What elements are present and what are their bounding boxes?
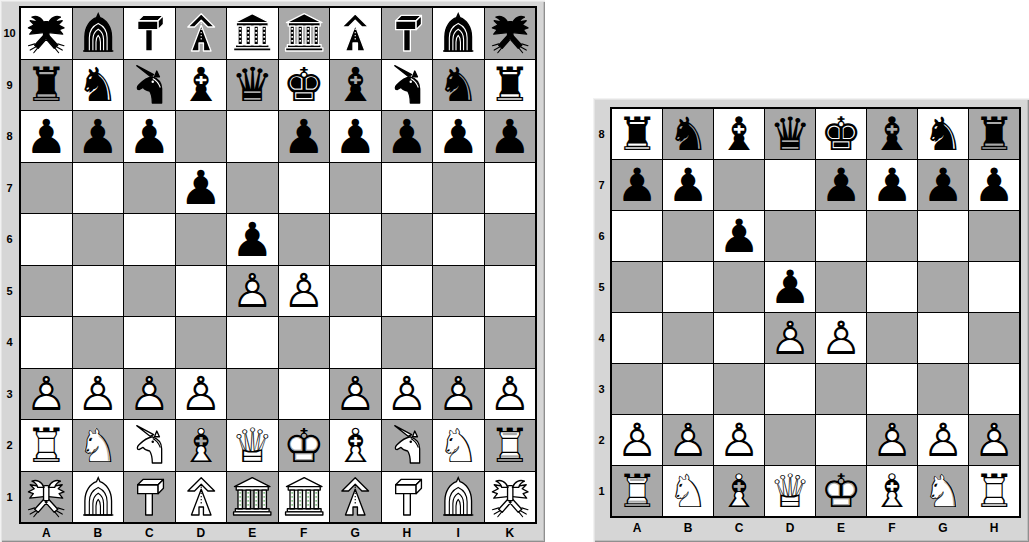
file-label-d: D bbox=[176, 526, 227, 540]
square-b4[interactable] bbox=[73, 317, 124, 368]
white-rook[interactable]: ♜♖ bbox=[969, 466, 1019, 516]
square-a4[interactable] bbox=[612, 313, 662, 363]
square-i7[interactable] bbox=[433, 163, 484, 214]
square-d4[interactable]: ♟♙ bbox=[765, 313, 815, 363]
file-label-b: B bbox=[73, 526, 124, 540]
white-knight[interactable]: ♞♘ bbox=[73, 420, 124, 471]
white-pawn[interactable]: ♟♙ bbox=[21, 369, 72, 420]
square-b2[interactable]: ♞♘ bbox=[73, 420, 124, 471]
variant-board-panel: 10987654321 ♜♞♝♛♚♝♞♜♟♟♟♟♟♟♟♟♟♟♟♙♟♙♟♙♟♙♟♙… bbox=[0, 0, 545, 542]
square-b1[interactable]: ♞♘ bbox=[663, 466, 713, 516]
square-e6[interactable]: ♟ bbox=[227, 214, 278, 265]
square-h10[interactable] bbox=[382, 8, 433, 59]
square-g1[interactable] bbox=[330, 472, 381, 523]
black-unicorn[interactable] bbox=[385, 63, 429, 107]
black-hammer[interactable] bbox=[385, 11, 429, 55]
square-h8[interactable]: ♜ bbox=[969, 109, 1019, 159]
square-a1[interactable]: ♜♖ bbox=[612, 466, 662, 516]
white-rook[interactable]: ♜♖ bbox=[485, 420, 536, 471]
white-pawn[interactable]: ♟♙ bbox=[382, 369, 433, 420]
square-k8[interactable]: ♟ bbox=[485, 111, 536, 162]
black-pawn[interactable]: ♟ bbox=[21, 111, 72, 162]
rank-label-10: 10 bbox=[0, 8, 19, 59]
white-pawn[interactable]: ♟♙ bbox=[765, 313, 815, 363]
black-rook[interactable]: ♜ bbox=[485, 60, 536, 111]
square-c7[interactable] bbox=[714, 160, 764, 210]
square-k7[interactable] bbox=[485, 163, 536, 214]
black-knight[interactable]: ♞ bbox=[433, 60, 484, 111]
file-label-d: D bbox=[765, 520, 815, 536]
black-hammer[interactable] bbox=[127, 11, 171, 55]
file-label-g: G bbox=[918, 520, 968, 536]
square-g5[interactable] bbox=[330, 266, 381, 317]
rank-label-5: 5 bbox=[0, 266, 19, 317]
rank-label-3: 3 bbox=[593, 364, 610, 414]
rank-label-1: 1 bbox=[593, 466, 610, 516]
square-c10[interactable] bbox=[124, 8, 175, 59]
square-c3[interactable] bbox=[714, 364, 764, 414]
black-bishop[interactable]: ♝ bbox=[176, 60, 227, 111]
square-c2[interactable] bbox=[124, 420, 175, 471]
rank-label-1: 1 bbox=[0, 472, 19, 523]
square-k9[interactable]: ♜ bbox=[485, 60, 536, 111]
white-unicorn[interactable] bbox=[385, 423, 429, 467]
black-pawn[interactable]: ♟ bbox=[663, 160, 713, 210]
square-g7[interactable]: ♟ bbox=[918, 160, 968, 210]
square-d5[interactable]: ♟ bbox=[765, 262, 815, 312]
square-c5[interactable] bbox=[124, 266, 175, 317]
black-rook[interactable]: ♜ bbox=[612, 109, 662, 159]
square-a7[interactable]: ♟ bbox=[612, 160, 662, 210]
square-c1[interactable]: ♝♗ bbox=[714, 466, 764, 516]
square-k1[interactable] bbox=[485, 472, 536, 523]
square-e5[interactable]: ♟♙ bbox=[227, 266, 278, 317]
rank-label-5: 5 bbox=[593, 262, 610, 312]
square-d7[interactable]: ♟ bbox=[176, 163, 227, 214]
square-a3[interactable]: ♟♙ bbox=[21, 369, 72, 420]
square-d4[interactable] bbox=[176, 317, 227, 368]
square-b5[interactable] bbox=[73, 266, 124, 317]
square-h2[interactable] bbox=[382, 420, 433, 471]
square-b2[interactable]: ♟♙ bbox=[663, 415, 713, 465]
square-f2[interactable]: ♚♔ bbox=[279, 420, 330, 471]
white-bishop[interactable]: ♝♗ bbox=[867, 466, 917, 516]
black-bishop[interactable]: ♝ bbox=[330, 60, 381, 111]
square-h7[interactable] bbox=[382, 163, 433, 214]
square-g6[interactable] bbox=[330, 214, 381, 265]
white-knight[interactable]: ♞♘ bbox=[433, 420, 484, 471]
square-a10[interactable] bbox=[21, 8, 72, 59]
square-b8[interactable]: ♟ bbox=[73, 111, 124, 162]
white-king[interactable]: ♚♔ bbox=[279, 420, 330, 471]
square-b8[interactable]: ♞ bbox=[663, 109, 713, 159]
square-h4[interactable] bbox=[382, 317, 433, 368]
white-bishop[interactable]: ♝♗ bbox=[330, 420, 381, 471]
white-pawn[interactable]: ♟♙ bbox=[176, 369, 227, 420]
square-g3[interactable]: ♟♙ bbox=[330, 369, 381, 420]
square-a4[interactable] bbox=[21, 317, 72, 368]
square-d3[interactable] bbox=[765, 364, 815, 414]
square-f3[interactable] bbox=[867, 364, 917, 414]
square-d1[interactable]: ♛♕ bbox=[765, 466, 815, 516]
square-h4[interactable] bbox=[969, 313, 1019, 363]
rank-label-4: 4 bbox=[593, 313, 610, 363]
square-a3[interactable] bbox=[612, 364, 662, 414]
square-b10[interactable] bbox=[73, 8, 124, 59]
square-c9[interactable] bbox=[124, 60, 175, 111]
white-dome[interactable] bbox=[76, 475, 120, 519]
square-h6[interactable] bbox=[969, 211, 1019, 261]
black-pawn[interactable]: ♟ bbox=[485, 111, 536, 162]
black-pawn[interactable]: ♟ bbox=[382, 111, 433, 162]
square-e1[interactable]: ♚♔ bbox=[816, 466, 866, 516]
square-h3[interactable]: ♟♙ bbox=[382, 369, 433, 420]
square-k4[interactable] bbox=[485, 317, 536, 368]
square-e10[interactable] bbox=[227, 8, 278, 59]
square-g9[interactable]: ♝ bbox=[330, 60, 381, 111]
square-b3[interactable] bbox=[663, 364, 713, 414]
white-arrow[interactable] bbox=[179, 475, 223, 519]
rank-label-6: 6 bbox=[0, 214, 19, 265]
variant-board-file-labels: ABCDEFGHIK bbox=[21, 526, 535, 540]
square-c1[interactable] bbox=[124, 472, 175, 523]
white-rook[interactable]: ♜♖ bbox=[612, 466, 662, 516]
white-pawn[interactable]: ♟♙ bbox=[227, 266, 278, 317]
white-pawn[interactable]: ♟♙ bbox=[73, 369, 124, 420]
square-g8[interactable]: ♞ bbox=[918, 109, 968, 159]
file-label-h: H bbox=[382, 526, 433, 540]
square-a2[interactable]: ♟♙ bbox=[612, 415, 662, 465]
square-c7[interactable] bbox=[124, 163, 175, 214]
square-c4[interactable] bbox=[714, 313, 764, 363]
white-arrow[interactable] bbox=[333, 475, 377, 519]
square-k6[interactable] bbox=[485, 214, 536, 265]
white-dome[interactable] bbox=[436, 475, 480, 519]
square-d10[interactable] bbox=[176, 8, 227, 59]
square-d1[interactable] bbox=[176, 472, 227, 523]
square-b4[interactable] bbox=[663, 313, 713, 363]
square-f6[interactable] bbox=[867, 211, 917, 261]
square-f8[interactable]: ♝ bbox=[867, 109, 917, 159]
square-i1[interactable] bbox=[433, 472, 484, 523]
square-b3[interactable]: ♟♙ bbox=[73, 369, 124, 420]
square-h1[interactable]: ♜♖ bbox=[969, 466, 1019, 516]
square-a7[interactable] bbox=[21, 163, 72, 214]
black-knight[interactable]: ♞ bbox=[663, 109, 713, 159]
square-c6[interactable]: ♟ bbox=[714, 211, 764, 261]
square-d3[interactable]: ♟♙ bbox=[176, 369, 227, 420]
rank-label-3: 3 bbox=[0, 369, 19, 420]
black-temple[interactable] bbox=[230, 11, 274, 55]
square-k3[interactable]: ♟♙ bbox=[485, 369, 536, 420]
black-pawn[interactable]: ♟ bbox=[279, 111, 330, 162]
square-f3[interactable] bbox=[279, 369, 330, 420]
square-e9[interactable]: ♛ bbox=[227, 60, 278, 111]
square-g8[interactable]: ♟ bbox=[330, 111, 381, 162]
variant-board: ♜♞♝♛♚♝♞♜♟♟♟♟♟♟♟♟♟♟♟♙♟♙♟♙♟♙♟♙♟♙♟♙♟♙♟♙♟♙♜♖… bbox=[19, 6, 537, 524]
black-arrow[interactable] bbox=[333, 11, 377, 55]
square-b9[interactable]: ♞ bbox=[73, 60, 124, 111]
square-e3[interactable] bbox=[227, 369, 278, 420]
white-pawn[interactable]: ♟♙ bbox=[279, 266, 330, 317]
file-label-a: A bbox=[21, 526, 72, 540]
square-f4[interactable] bbox=[279, 317, 330, 368]
white-pawn[interactable]: ♟♙ bbox=[867, 415, 917, 465]
white-knight[interactable]: ♞♘ bbox=[663, 466, 713, 516]
square-f7[interactable]: ♟ bbox=[867, 160, 917, 210]
square-e6[interactable] bbox=[816, 211, 866, 261]
square-e4[interactable] bbox=[227, 317, 278, 368]
white-queen[interactable]: ♛♕ bbox=[227, 420, 278, 471]
white-bishop[interactable]: ♝♗ bbox=[176, 420, 227, 471]
file-label-e: E bbox=[816, 520, 866, 536]
white-pawn[interactable]: ♟♙ bbox=[124, 369, 175, 420]
square-b5[interactable] bbox=[663, 262, 713, 312]
square-f6[interactable] bbox=[279, 214, 330, 265]
white-hammer[interactable] bbox=[385, 475, 429, 519]
square-k10[interactable] bbox=[485, 8, 536, 59]
white-hammer[interactable] bbox=[127, 475, 171, 519]
white-pawn[interactable]: ♟♙ bbox=[714, 415, 764, 465]
square-d8[interactable] bbox=[176, 111, 227, 162]
square-d5[interactable] bbox=[176, 266, 227, 317]
square-i9[interactable]: ♞ bbox=[433, 60, 484, 111]
black-king[interactable]: ♚ bbox=[279, 60, 330, 111]
square-e7[interactable]: ♟ bbox=[816, 160, 866, 210]
file-label-k: K bbox=[485, 526, 536, 540]
square-e7[interactable] bbox=[227, 163, 278, 214]
square-i8[interactable]: ♟ bbox=[433, 111, 484, 162]
square-k5[interactable] bbox=[485, 266, 536, 317]
square-f2[interactable]: ♟♙ bbox=[867, 415, 917, 465]
square-g10[interactable] bbox=[330, 8, 381, 59]
file-label-a: A bbox=[612, 520, 662, 536]
black-knight[interactable]: ♞ bbox=[918, 109, 968, 159]
square-b7[interactable]: ♟ bbox=[663, 160, 713, 210]
white-temple[interactable] bbox=[282, 475, 326, 519]
square-e5[interactable] bbox=[816, 262, 866, 312]
square-a1[interactable] bbox=[21, 472, 72, 523]
rank-label-2: 2 bbox=[593, 415, 610, 465]
rank-label-8: 8 bbox=[593, 109, 610, 159]
square-f5[interactable]: ♟♙ bbox=[279, 266, 330, 317]
square-f10[interactable] bbox=[279, 8, 330, 59]
square-a9[interactable]: ♜ bbox=[21, 60, 72, 111]
square-d6[interactable] bbox=[765, 211, 815, 261]
white-pawn[interactable]: ♟♙ bbox=[485, 369, 536, 420]
black-pawn[interactable]: ♟ bbox=[969, 160, 1019, 210]
file-label-c: C bbox=[714, 520, 764, 536]
square-g2[interactable]: ♟♙ bbox=[918, 415, 968, 465]
square-d8[interactable]: ♛ bbox=[765, 109, 815, 159]
black-rook[interactable]: ♜ bbox=[969, 109, 1019, 159]
square-a5[interactable] bbox=[21, 266, 72, 317]
chess-board-panel: 87654321 ♜♞♝♛♚♝♞♜♟♟♟♟♟♟♟♟♟♙♟♙♟♙♟♙♟♙♟♙♟♙♟… bbox=[593, 98, 1029, 542]
square-a5[interactable] bbox=[612, 262, 662, 312]
black-bishop[interactable]: ♝ bbox=[714, 109, 764, 159]
black-pawn[interactable]: ♟ bbox=[816, 160, 866, 210]
square-a6[interactable] bbox=[612, 211, 662, 261]
black-pawn[interactable]: ♟ bbox=[227, 214, 278, 265]
square-g5[interactable] bbox=[918, 262, 968, 312]
square-d2[interactable]: ♝♗ bbox=[176, 420, 227, 471]
square-e2[interactable]: ♛♕ bbox=[227, 420, 278, 471]
white-knight[interactable]: ♞♘ bbox=[918, 466, 968, 516]
square-d7[interactable] bbox=[765, 160, 815, 210]
variant-board-rank-labels: 10987654321 bbox=[0, 8, 19, 522]
desktop: 10987654321 ♜♞♝♛♚♝♞♜♟♟♟♟♟♟♟♟♟♟♟♙♟♙♟♙♟♙♟♙… bbox=[0, 0, 1029, 542]
black-pawn[interactable]: ♟ bbox=[124, 111, 175, 162]
rank-label-7: 7 bbox=[593, 160, 610, 210]
black-bishop[interactable]: ♝ bbox=[867, 109, 917, 159]
file-label-g: G bbox=[330, 526, 381, 540]
square-k2[interactable]: ♜♖ bbox=[485, 420, 536, 471]
white-pawn[interactable]: ♟♙ bbox=[612, 415, 662, 465]
black-temple[interactable] bbox=[282, 11, 326, 55]
square-h9[interactable] bbox=[382, 60, 433, 111]
white-pawn[interactable]: ♟♙ bbox=[663, 415, 713, 465]
white-eagle[interactable] bbox=[488, 475, 532, 519]
file-label-e: E bbox=[227, 526, 278, 540]
square-f1[interactable]: ♝♗ bbox=[867, 466, 917, 516]
square-a8[interactable]: ♟ bbox=[21, 111, 72, 162]
white-queen[interactable]: ♛♕ bbox=[765, 466, 815, 516]
square-e8[interactable]: ♚ bbox=[816, 109, 866, 159]
square-b6[interactable] bbox=[663, 211, 713, 261]
white-eagle[interactable] bbox=[24, 475, 68, 519]
white-bishop[interactable]: ♝♗ bbox=[714, 466, 764, 516]
square-c3[interactable]: ♟♙ bbox=[124, 369, 175, 420]
square-i6[interactable] bbox=[433, 214, 484, 265]
square-c8[interactable]: ♝ bbox=[714, 109, 764, 159]
black-pawn[interactable]: ♟ bbox=[433, 111, 484, 162]
square-b1[interactable] bbox=[73, 472, 124, 523]
black-pawn[interactable]: ♟ bbox=[714, 211, 764, 261]
square-f1[interactable] bbox=[279, 472, 330, 523]
square-h2[interactable]: ♟♙ bbox=[969, 415, 1019, 465]
square-f5[interactable] bbox=[867, 262, 917, 312]
black-pawn[interactable]: ♟ bbox=[73, 111, 124, 162]
black-pawn[interactable]: ♟ bbox=[918, 160, 968, 210]
rank-label-7: 7 bbox=[0, 163, 19, 214]
file-label-i: I bbox=[433, 526, 484, 540]
white-pawn[interactable]: ♟♙ bbox=[918, 415, 968, 465]
square-f9[interactable]: ♚ bbox=[279, 60, 330, 111]
square-h3[interactable] bbox=[969, 364, 1019, 414]
square-a8[interactable]: ♜ bbox=[612, 109, 662, 159]
square-a6[interactable] bbox=[21, 214, 72, 265]
square-g1[interactable]: ♞♘ bbox=[918, 466, 968, 516]
white-rook[interactable]: ♜♖ bbox=[21, 420, 72, 471]
black-pawn[interactable]: ♟ bbox=[612, 160, 662, 210]
chess-board: ♜♞♝♛♚♝♞♜♟♟♟♟♟♟♟♟♟♙♟♙♟♙♟♙♟♙♟♙♟♙♟♙♜♖♞♘♝♗♛♕… bbox=[610, 107, 1021, 518]
square-i2[interactable]: ♞♘ bbox=[433, 420, 484, 471]
black-pawn[interactable]: ♟ bbox=[867, 160, 917, 210]
square-g6[interactable] bbox=[918, 211, 968, 261]
square-d6[interactable] bbox=[176, 214, 227, 265]
square-i4[interactable] bbox=[433, 317, 484, 368]
rank-label-6: 6 bbox=[593, 211, 610, 261]
square-d2[interactable] bbox=[765, 415, 815, 465]
white-pawn[interactable]: ♟♙ bbox=[433, 369, 484, 420]
black-king[interactable]: ♚ bbox=[816, 109, 866, 159]
square-f7[interactable] bbox=[279, 163, 330, 214]
file-label-f: F bbox=[279, 526, 330, 540]
square-i5[interactable] bbox=[433, 266, 484, 317]
black-arrow[interactable] bbox=[179, 11, 223, 55]
file-label-f: F bbox=[867, 520, 917, 536]
chess-board-rank-labels: 87654321 bbox=[593, 109, 610, 516]
square-i10[interactable] bbox=[433, 8, 484, 59]
black-knight[interactable]: ♞ bbox=[73, 60, 124, 111]
black-eagle[interactable] bbox=[24, 11, 68, 55]
square-c4[interactable] bbox=[124, 317, 175, 368]
black-rook[interactable]: ♜ bbox=[21, 60, 72, 111]
black-pawn[interactable]: ♟ bbox=[765, 262, 815, 312]
square-g4[interactable] bbox=[330, 317, 381, 368]
white-king[interactable]: ♚♔ bbox=[816, 466, 866, 516]
square-h1[interactable] bbox=[382, 472, 433, 523]
square-b6[interactable] bbox=[73, 214, 124, 265]
square-e1[interactable] bbox=[227, 472, 278, 523]
white-unicorn[interactable] bbox=[127, 423, 171, 467]
square-g7[interactable] bbox=[330, 163, 381, 214]
square-g3[interactable] bbox=[918, 364, 968, 414]
white-pawn[interactable]: ♟♙ bbox=[969, 415, 1019, 465]
black-eagle[interactable] bbox=[488, 11, 532, 55]
rank-label-4: 4 bbox=[0, 317, 19, 368]
square-e4[interactable]: ♟♙ bbox=[816, 313, 866, 363]
rank-label-9: 9 bbox=[0, 60, 19, 111]
square-g4[interactable] bbox=[918, 313, 968, 363]
square-h5[interactable] bbox=[969, 262, 1019, 312]
square-a2[interactable]: ♜♖ bbox=[21, 420, 72, 471]
square-g2[interactable]: ♝♗ bbox=[330, 420, 381, 471]
square-f8[interactable]: ♟ bbox=[279, 111, 330, 162]
square-h6[interactable] bbox=[382, 214, 433, 265]
square-h5[interactable] bbox=[382, 266, 433, 317]
rank-label-8: 8 bbox=[0, 111, 19, 162]
square-e2[interactable] bbox=[816, 415, 866, 465]
black-dome[interactable] bbox=[76, 11, 120, 55]
black-queen[interactable]: ♛ bbox=[227, 60, 278, 111]
square-c6[interactable] bbox=[124, 214, 175, 265]
black-pawn[interactable]: ♟ bbox=[176, 163, 227, 214]
black-unicorn[interactable] bbox=[127, 63, 171, 107]
square-b7[interactable] bbox=[73, 163, 124, 214]
black-pawn[interactable]: ♟ bbox=[330, 111, 381, 162]
white-pawn[interactable]: ♟♙ bbox=[330, 369, 381, 420]
rank-label-2: 2 bbox=[0, 420, 19, 471]
square-h7[interactable]: ♟ bbox=[969, 160, 1019, 210]
square-e8[interactable] bbox=[227, 111, 278, 162]
square-e3[interactable] bbox=[816, 364, 866, 414]
square-i3[interactable]: ♟♙ bbox=[433, 369, 484, 420]
black-dome[interactable] bbox=[436, 11, 480, 55]
file-label-b: B bbox=[663, 520, 713, 536]
square-c5[interactable] bbox=[714, 262, 764, 312]
square-d9[interactable]: ♝ bbox=[176, 60, 227, 111]
white-pawn[interactable]: ♟♙ bbox=[816, 313, 866, 363]
file-label-h: H bbox=[969, 520, 1019, 536]
black-queen[interactable]: ♛ bbox=[765, 109, 815, 159]
square-c2[interactable]: ♟♙ bbox=[714, 415, 764, 465]
white-temple[interactable] bbox=[230, 475, 274, 519]
square-c8[interactable]: ♟ bbox=[124, 111, 175, 162]
square-f4[interactable] bbox=[867, 313, 917, 363]
square-h8[interactable]: ♟ bbox=[382, 111, 433, 162]
file-label-c: C bbox=[124, 526, 175, 540]
